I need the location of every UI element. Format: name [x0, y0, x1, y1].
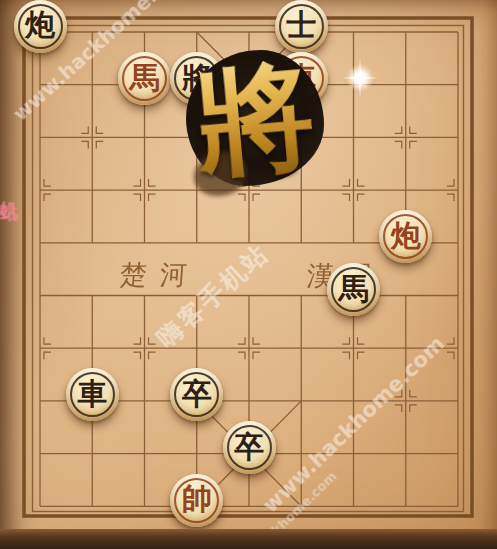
check-banner: 將 — [183, 44, 327, 194]
piece-black-chariot[interactable]: 車 — [66, 368, 119, 421]
sparkle-effect-icon — [346, 64, 374, 92]
piece-red-horse[interactable]: 馬 — [118, 52, 171, 105]
piece-black-horse[interactable]: 馬 — [327, 263, 380, 316]
piece-black-pawn[interactable]: 卒 — [170, 368, 223, 421]
bottom-edge-bar — [0, 529, 497, 549]
check-banner-character: 將 — [177, 38, 334, 200]
xiangqi-game-screen: 楚河 漢界 炮馬將士車炮馬車卒卒帥 將 www.hackhome.com 嗨客手… — [0, 0, 497, 549]
piece-red-cannon[interactable]: 炮 — [379, 210, 432, 263]
piece-red-general[interactable]: 帥 — [170, 474, 223, 527]
piece-black-pawn[interactable]: 卒 — [223, 421, 276, 474]
piece-black-cannon[interactable]: 炮 — [14, 0, 67, 53]
